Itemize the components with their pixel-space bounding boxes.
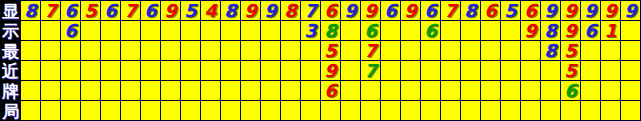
cell-r3c7 (141, 41, 161, 61)
cell-r6c28 (561, 101, 581, 121)
cell-r5c11 (221, 81, 241, 101)
cell-r3c11 (221, 41, 241, 61)
cell-r4c9 (181, 61, 201, 81)
cell-r4c14 (281, 61, 301, 81)
cell-r6c18 (361, 101, 381, 121)
cell-r4c19 (381, 61, 401, 81)
results-grid: 8765676954899876996967865699999638669896… (21, 0, 641, 121)
cell-r4c26 (521, 61, 541, 81)
cell-r6c2 (41, 101, 61, 121)
cell-r5c25 (501, 81, 521, 101)
cell-r4c30 (601, 61, 621, 81)
cell-r3c3 (61, 41, 81, 61)
cell-r6c8 (161, 101, 181, 121)
cell-r2c8 (161, 21, 181, 41)
cell-r3c2 (41, 41, 61, 61)
cell-r1c7: 6 (141, 1, 161, 21)
cell-r4c11 (221, 61, 241, 81)
cell-r2c11 (221, 21, 241, 41)
cell-r2c7 (141, 21, 161, 41)
cell-r4c28: 5 (561, 61, 581, 81)
cell-r1c1: 8 (21, 1, 41, 21)
cell-r3c21 (421, 41, 441, 61)
cell-r5c26 (521, 81, 541, 101)
cell-r6c30 (601, 101, 621, 121)
cell-r5c10 (201, 81, 221, 101)
cell-r1c28: 9 (561, 1, 581, 21)
cell-r3c30 (601, 41, 621, 61)
cell-r4c1 (21, 61, 41, 81)
cell-r2c17 (341, 21, 361, 41)
cell-r6c29 (581, 101, 601, 121)
cell-r1c14: 8 (281, 1, 301, 21)
cell-r3c5 (101, 41, 121, 61)
cell-r1c2: 7 (41, 1, 61, 21)
cell-r1c22: 7 (441, 1, 461, 21)
cell-r5c1 (21, 81, 41, 101)
cell-r4c20 (401, 61, 421, 81)
cell-r3c18: 7 (361, 41, 381, 61)
cell-r1c19: 6 (381, 1, 401, 21)
cell-r3c31 (621, 41, 641, 61)
cell-r6c31 (621, 101, 641, 121)
cell-r5c5 (101, 81, 121, 101)
cell-r4c10 (201, 61, 221, 81)
cell-r4c13 (261, 61, 281, 81)
cell-r2c20 (401, 21, 421, 41)
cell-r3c19 (381, 41, 401, 61)
cell-r2c22 (441, 21, 461, 41)
cell-r2c10 (201, 21, 221, 41)
cell-r2c12 (241, 21, 261, 41)
cell-r4c7 (141, 61, 161, 81)
cell-r2c18: 6 (361, 21, 381, 41)
board-title-vertical: 显 示 最 近 牌 局 (0, 0, 21, 121)
cell-r6c9 (181, 101, 201, 121)
cell-r4c21 (421, 61, 441, 81)
cell-r2c13 (261, 21, 281, 41)
cell-r1c21: 6 (421, 1, 441, 21)
cell-r6c17 (341, 101, 361, 121)
cell-r2c19 (381, 21, 401, 41)
cell-r6c20 (401, 101, 421, 121)
cell-r3c13 (261, 41, 281, 61)
cell-r5c28: 6 (561, 81, 581, 101)
cell-r6c10 (201, 101, 221, 121)
cell-r2c29: 6 (581, 21, 601, 41)
cell-r2c16: 8 (321, 21, 341, 41)
cell-r6c13 (261, 101, 281, 121)
cell-r4c18: 7 (361, 61, 381, 81)
cell-r5c30 (601, 81, 621, 101)
cell-r3c28: 5 (561, 41, 581, 61)
cell-r4c24 (481, 61, 501, 81)
board-title-char: 显 (0, 1, 21, 21)
cell-r3c10 (201, 41, 221, 61)
cell-r3c17 (341, 41, 361, 61)
cell-r6c6 (121, 101, 141, 121)
cell-r5c24 (481, 81, 501, 101)
cell-r4c22 (441, 61, 461, 81)
cell-r2c26: 9 (521, 21, 541, 41)
cell-r1c5: 6 (101, 1, 121, 21)
cell-r3c23 (461, 41, 481, 61)
cell-r6c4 (81, 101, 101, 121)
cell-r3c1 (21, 41, 41, 61)
cell-r1c20: 9 (401, 1, 421, 21)
cell-r1c11: 8 (221, 1, 241, 21)
cell-r5c13 (261, 81, 281, 101)
cell-r1c26: 6 (521, 1, 541, 21)
cell-r4c25 (501, 61, 521, 81)
cell-r5c21 (421, 81, 441, 101)
cell-r1c15: 7 (301, 1, 321, 21)
cell-r3c20 (401, 41, 421, 61)
cell-r1c27: 9 (541, 1, 561, 21)
cell-r1c17: 9 (341, 1, 361, 21)
board-title-char: 牌 (0, 81, 21, 101)
cell-r2c24 (481, 21, 501, 41)
cell-r6c21 (421, 101, 441, 121)
cell-r6c5 (101, 101, 121, 121)
cell-r2c5 (101, 21, 121, 41)
cell-r2c2 (41, 21, 61, 41)
cell-r4c12 (241, 61, 261, 81)
cell-r3c16: 5 (321, 41, 341, 61)
cell-r4c5 (101, 61, 121, 81)
cell-r4c4 (81, 61, 101, 81)
cell-r1c3: 6 (61, 1, 81, 21)
cell-r5c16: 6 (321, 81, 341, 101)
cell-r2c1 (21, 21, 41, 41)
cell-r5c20 (401, 81, 421, 101)
cell-r4c3 (61, 61, 81, 81)
cell-r3c9 (181, 41, 201, 61)
cell-r2c9 (181, 21, 201, 41)
cell-r6c7 (141, 101, 161, 121)
cell-r3c12 (241, 41, 261, 61)
cell-r1c8: 9 (161, 1, 181, 21)
cell-r3c29 (581, 41, 601, 61)
cell-r3c4 (81, 41, 101, 61)
cell-r3c24 (481, 41, 501, 61)
cell-r5c27 (541, 81, 561, 101)
cell-r2c14 (281, 21, 301, 41)
cell-r5c4 (81, 81, 101, 101)
cell-r2c21: 6 (421, 21, 441, 41)
cell-r2c4 (81, 21, 101, 41)
cell-r1c30: 9 (601, 1, 621, 21)
cell-r1c25: 5 (501, 1, 521, 21)
board-title-char: 示 (0, 21, 21, 41)
cell-r1c4: 5 (81, 1, 101, 21)
cell-r4c2 (41, 61, 61, 81)
cell-r4c15 (301, 61, 321, 81)
cell-r6c24 (481, 101, 501, 121)
cell-r1c23: 8 (461, 1, 481, 21)
cell-r6c23 (461, 101, 481, 121)
cell-r2c28: 9 (561, 21, 581, 41)
cell-r3c8 (161, 41, 181, 61)
cell-r6c19 (381, 101, 401, 121)
cell-r1c6: 7 (121, 1, 141, 21)
cell-r6c25 (501, 101, 521, 121)
cell-r1c13: 9 (261, 1, 281, 21)
cell-r3c14 (281, 41, 301, 61)
cell-r4c31 (621, 61, 641, 81)
cell-r1c9: 5 (181, 1, 201, 21)
cell-r5c9 (181, 81, 201, 101)
cell-r5c3 (61, 81, 81, 101)
cell-r5c15 (301, 81, 321, 101)
cell-r6c15 (301, 101, 321, 121)
cell-r1c31: 9 (621, 1, 641, 21)
cell-r2c23 (461, 21, 481, 41)
cell-r2c31 (621, 21, 641, 41)
cell-r4c29 (581, 61, 601, 81)
board-title-char: 近 (0, 61, 21, 81)
cell-r6c14 (281, 101, 301, 121)
cell-r5c14 (281, 81, 301, 101)
cell-r5c18 (361, 81, 381, 101)
cell-r5c12 (241, 81, 261, 101)
board-title-char: 局 (0, 101, 21, 121)
cell-r4c6 (121, 61, 141, 81)
cell-r1c16: 6 (321, 1, 341, 21)
cell-r1c12: 9 (241, 1, 261, 21)
cell-r5c31 (621, 81, 641, 101)
cell-r6c12 (241, 101, 261, 121)
cell-r3c26 (521, 41, 541, 61)
cell-r4c16: 9 (321, 61, 341, 81)
cell-r2c3: 6 (61, 21, 81, 41)
cell-r6c27 (541, 101, 561, 121)
cell-r5c19 (381, 81, 401, 101)
recent-games-board: 显 示 最 近 牌 局 8765676954899876996967865699… (0, 0, 641, 121)
cell-r6c11 (221, 101, 241, 121)
cell-r6c1 (21, 101, 41, 121)
cell-r1c18: 9 (361, 1, 381, 21)
cell-r2c25 (501, 21, 521, 41)
cell-r5c8 (161, 81, 181, 101)
cell-r6c3 (61, 101, 81, 121)
cell-r4c8 (161, 61, 181, 81)
cell-r2c30: 1 (601, 21, 621, 41)
cell-r3c15 (301, 41, 321, 61)
cell-r5c6 (121, 81, 141, 101)
cell-r4c17 (341, 61, 361, 81)
cell-r6c16 (321, 101, 341, 121)
cell-r1c24: 6 (481, 1, 501, 21)
cell-r5c23 (461, 81, 481, 101)
cell-r5c2 (41, 81, 61, 101)
cell-r2c6 (121, 21, 141, 41)
cell-r3c22 (441, 41, 461, 61)
cell-r2c15: 3 (301, 21, 321, 41)
cell-r3c27: 8 (541, 41, 561, 61)
cell-r3c25 (501, 41, 521, 61)
cell-r6c26 (521, 101, 541, 121)
cell-r6c22 (441, 101, 461, 121)
cell-r5c17 (341, 81, 361, 101)
cell-r4c27 (541, 61, 561, 81)
cell-r3c6 (121, 41, 141, 61)
board-title-char: 最 (0, 41, 21, 61)
cell-r1c29: 9 (581, 1, 601, 21)
cell-r5c22 (441, 81, 461, 101)
cell-r4c23 (461, 61, 481, 81)
cell-r1c10: 4 (201, 1, 221, 21)
cell-r5c29 (581, 81, 601, 101)
cell-r5c7 (141, 81, 161, 101)
cell-r2c27: 8 (541, 21, 561, 41)
